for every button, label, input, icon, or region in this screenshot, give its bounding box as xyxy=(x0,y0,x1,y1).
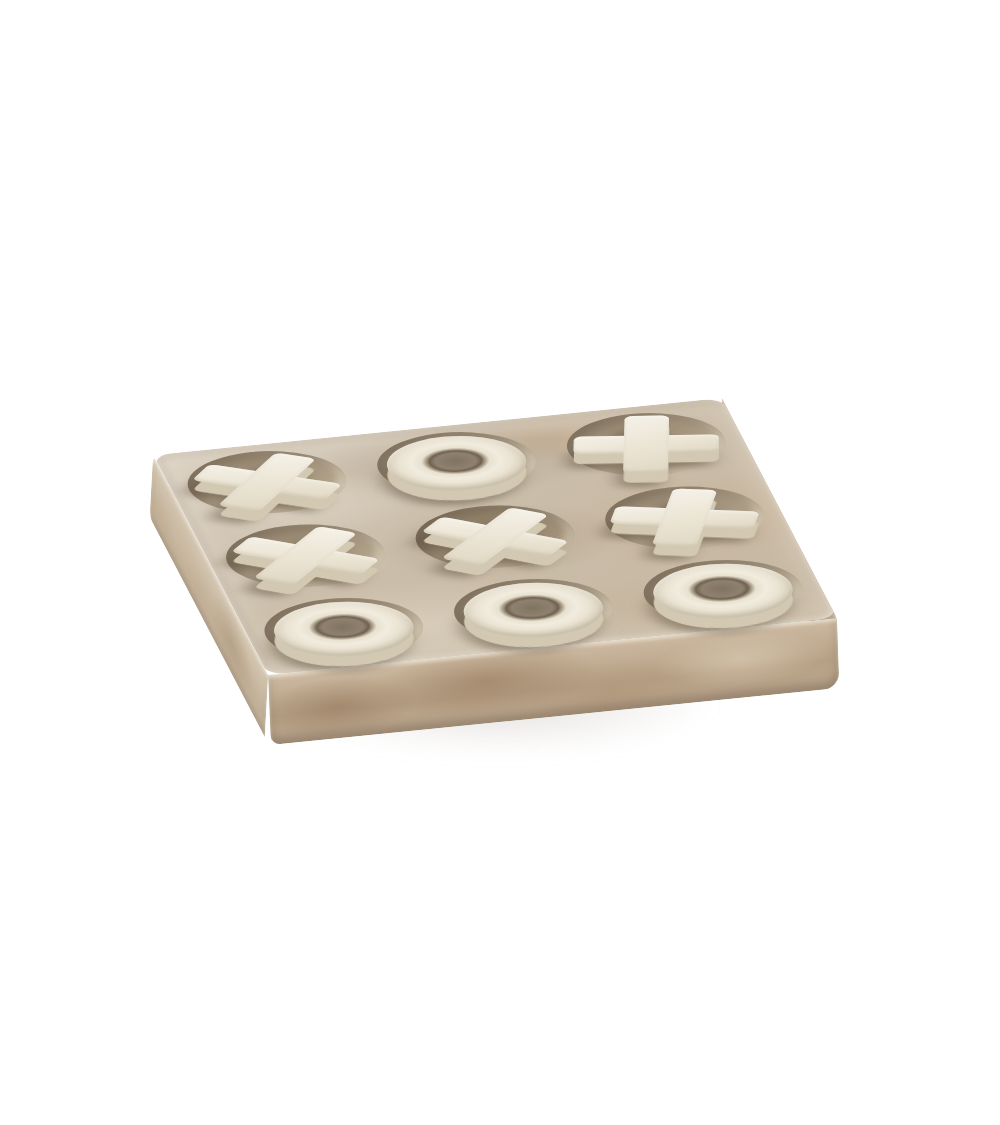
product-photo-scene xyxy=(0,0,1000,1125)
x-piece-top xyxy=(602,487,767,549)
x-piece-top xyxy=(573,415,719,474)
